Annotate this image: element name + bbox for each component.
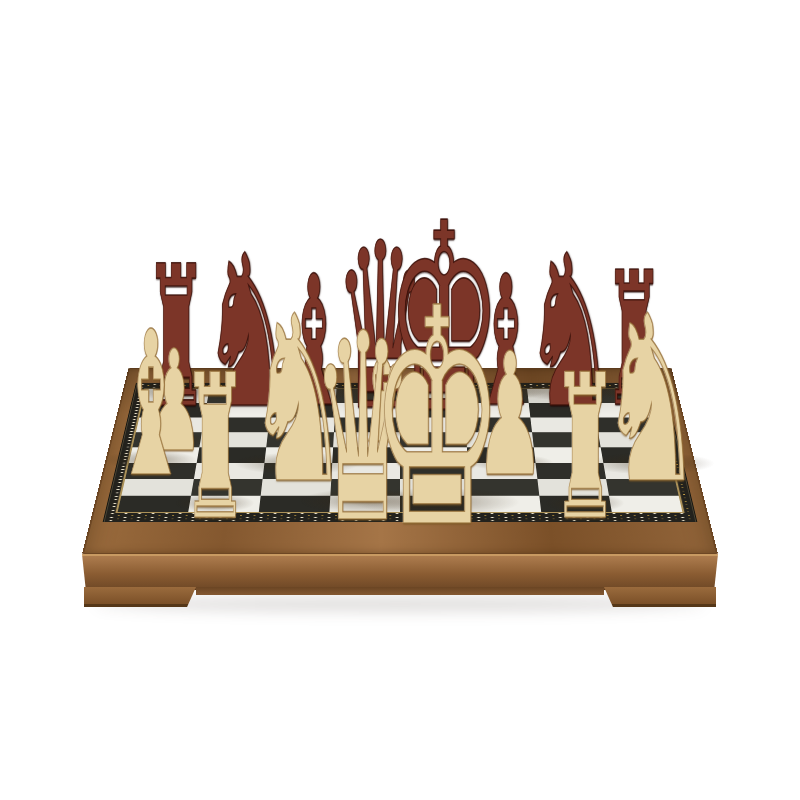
board-foot-right bbox=[604, 587, 716, 607]
piece-light-rook-b1[interactable]: ♜ bbox=[182, 348, 247, 548]
board-foot-left bbox=[84, 587, 196, 607]
piece-light-bishop-a3[interactable]: ♝ bbox=[114, 305, 189, 505]
piece-light-king-e1[interactable]: ♚ bbox=[370, 270, 504, 570]
piece-light-rook-g1[interactable]: ♜ bbox=[553, 348, 618, 548]
pieces-layer: ♜♞♝♛♚♝♞♜♝♟♝♟♞♞♛♜♚♜ bbox=[0, 0, 800, 800]
product-photo-canvas: ♜♞♝♛♚♝♞♜♝♟♝♟♞♞♛♜♚♜ bbox=[0, 0, 800, 800]
